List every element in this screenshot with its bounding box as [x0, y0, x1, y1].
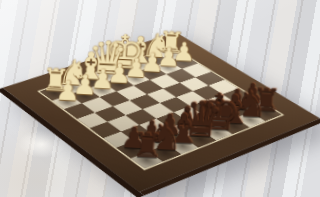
board-grid: ♜♟♟♜♞♟♟♞♝♟♟♝♚♟♟♚♛♟♟♛♝♟♟♝♞♟♟♞♜♟♟♜	[37, 47, 284, 171]
chess-board: ♜♟♟♜♞♟♟♞♝♟♟♝♚♟♟♚♛♟♟♛♝♟♟♝♞♟♟♞♜♟♟♜	[3, 32, 320, 192]
photo-canvas: ♜♟♟♜♞♟♟♞♝♟♟♝♚♟♟♚♛♟♟♛♝♟♟♝♞♟♟♞♜♟♟♜	[0, 0, 320, 197]
board-scene: ♜♟♟♜♞♟♟♞♝♟♟♝♚♟♟♚♛♟♟♛♝♟♟♝♞♟♟♞♜♟♟♜	[0, 0, 320, 197]
square-a8: ♜	[130, 151, 163, 169]
square-a2: ♟	[52, 94, 82, 109]
white-pawn-a2: ♟	[41, 76, 95, 106]
square-a3	[64, 103, 95, 118]
black-rook-a8: ♜	[118, 128, 176, 164]
